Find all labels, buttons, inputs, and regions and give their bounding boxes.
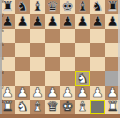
- chess-board: 8♜♞♝♛♚♝♞♜7♟♟♟♟♟♟♟♟6543♞2♟♟♟♟♟♟♟♟1♜♞♝♛♚♝♜: [0, 0, 120, 114]
- square-c4[interactable]: [30, 57, 45, 71]
- square-b6[interactable]: [15, 29, 30, 43]
- square-b7[interactable]: ♟: [15, 14, 30, 28]
- piece-white-bishop[interactable]: ♝: [76, 100, 88, 114]
- square-h5[interactable]: [105, 43, 120, 57]
- square-b5[interactable]: [15, 43, 30, 57]
- square-c1[interactable]: ♝: [30, 100, 45, 114]
- rank-label-6: 6: [1, 28, 4, 33]
- square-h7[interactable]: ♟: [105, 14, 120, 28]
- square-a7[interactable]: 7♟: [0, 14, 15, 28]
- rank-label-4: 4: [1, 56, 4, 61]
- square-f5[interactable]: [75, 43, 90, 57]
- piece-white-pawn[interactable]: ♟: [91, 85, 103, 99]
- square-h1[interactable]: ♜: [105, 100, 120, 114]
- square-g2[interactable]: ♟: [90, 86, 105, 100]
- square-b4[interactable]: [15, 57, 30, 71]
- square-d4[interactable]: [45, 57, 60, 71]
- square-f7[interactable]: ♟: [75, 14, 90, 28]
- piece-black-pawn[interactable]: ♟: [31, 14, 43, 28]
- rank-label-5: 5: [1, 42, 4, 47]
- board-bottom-edge: [0, 114, 120, 118]
- square-e6[interactable]: [60, 29, 75, 43]
- piece-white-rook[interactable]: ♜: [106, 100, 118, 114]
- square-g6[interactable]: [90, 29, 105, 43]
- square-h4[interactable]: [105, 57, 120, 71]
- square-g4[interactable]: [90, 57, 105, 71]
- square-e1[interactable]: ♚: [60, 100, 75, 114]
- square-a4[interactable]: 4: [0, 57, 15, 71]
- piece-black-pawn[interactable]: ♟: [46, 14, 58, 28]
- piece-white-knight[interactable]: ♞: [16, 100, 28, 114]
- rank-label-3: 3: [1, 70, 4, 75]
- piece-white-king[interactable]: ♚: [61, 100, 73, 114]
- square-d5[interactable]: [45, 43, 60, 57]
- piece-white-rook[interactable]: ♜: [1, 100, 13, 114]
- square-h6[interactable]: [105, 29, 120, 43]
- square-a5[interactable]: 5: [0, 43, 15, 57]
- piece-black-pawn[interactable]: ♟: [16, 14, 28, 28]
- square-d6[interactable]: [45, 29, 60, 43]
- square-g1[interactable]: [90, 100, 105, 114]
- square-e5[interactable]: [60, 43, 75, 57]
- square-d7[interactable]: ♟: [45, 14, 60, 28]
- piece-white-queen[interactable]: ♛: [46, 100, 58, 114]
- square-e7[interactable]: ♟: [60, 14, 75, 28]
- square-a1[interactable]: 1♜: [0, 100, 15, 114]
- square-f6[interactable]: [75, 29, 90, 43]
- square-a6[interactable]: 6: [0, 29, 15, 43]
- square-f1[interactable]: ♝: [75, 100, 90, 114]
- piece-black-pawn[interactable]: ♟: [76, 14, 88, 28]
- piece-black-pawn[interactable]: ♟: [1, 14, 13, 28]
- square-g7[interactable]: ♟: [90, 14, 105, 28]
- square-c5[interactable]: [30, 43, 45, 57]
- square-d1[interactable]: ♛: [45, 100, 60, 114]
- chess-app: 8♜♞♝♛♚♝♞♜7♟♟♟♟♟♟♟♟6543♞2♟♟♟♟♟♟♟♟1♜♞♝♛♚♝♜: [0, 0, 120, 118]
- square-e4[interactable]: [60, 57, 75, 71]
- piece-black-pawn[interactable]: ♟: [91, 14, 103, 28]
- square-b1[interactable]: ♞: [15, 100, 30, 114]
- square-g5[interactable]: [90, 43, 105, 57]
- piece-black-pawn[interactable]: ♟: [106, 14, 118, 28]
- piece-black-pawn[interactable]: ♟: [61, 14, 73, 28]
- piece-white-bishop[interactable]: ♝: [31, 100, 43, 114]
- square-c7[interactable]: ♟: [30, 14, 45, 28]
- square-c6[interactable]: [30, 29, 45, 43]
